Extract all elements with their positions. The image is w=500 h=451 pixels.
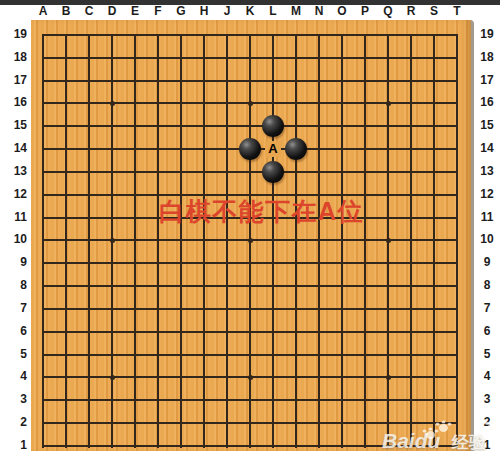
grid-vline xyxy=(295,34,297,448)
column-label: P xyxy=(357,5,373,18)
row-label-left: 4 xyxy=(2,370,27,383)
row-label-left: 18 xyxy=(2,51,27,64)
column-label: E xyxy=(127,5,143,18)
row-label-left: 15 xyxy=(2,119,27,132)
grid-vline xyxy=(364,34,366,448)
star-point xyxy=(248,375,253,380)
grid-vline xyxy=(272,34,274,448)
star-point xyxy=(386,375,391,380)
row-label-right: 14 xyxy=(477,142,497,155)
column-label: J xyxy=(219,5,235,18)
row-label-right: 18 xyxy=(477,51,497,64)
black-stone xyxy=(262,161,284,183)
star-point xyxy=(248,238,253,243)
row-label-left: 3 xyxy=(2,393,27,406)
column-label: H xyxy=(196,5,212,18)
grid-vline xyxy=(456,34,458,448)
grid-hline xyxy=(42,331,458,333)
row-label-left: 1 xyxy=(2,439,27,451)
go-tutorial-screenshot: ABCDEFGHJKLMNOPQRST 19181716151413121110… xyxy=(0,0,500,451)
column-label: Q xyxy=(380,5,396,18)
row-label-right: 13 xyxy=(477,165,497,178)
column-label: A xyxy=(35,5,51,18)
row-label-left: 10 xyxy=(2,233,27,246)
column-label: L xyxy=(265,5,281,18)
row-label-left: 12 xyxy=(2,188,27,201)
star-point xyxy=(110,238,115,243)
black-stone xyxy=(262,115,284,137)
row-label-right: 4 xyxy=(477,370,497,383)
paw-print-icon xyxy=(426,431,435,439)
column-label: O xyxy=(334,5,350,18)
row-label-right: 6 xyxy=(477,325,497,338)
row-label-right: 3 xyxy=(477,393,497,406)
row-label-right: 7 xyxy=(477,302,497,315)
black-stone xyxy=(239,138,261,160)
watermark-brand-cn-text: 经验 xyxy=(452,431,486,451)
row-label-right: 15 xyxy=(477,119,497,132)
column-label: D xyxy=(104,5,120,18)
column-label: F xyxy=(150,5,166,18)
column-label: G xyxy=(173,5,189,18)
row-label-right: 5 xyxy=(477,348,497,361)
paw-print-icon xyxy=(439,424,448,432)
column-label: C xyxy=(81,5,97,18)
row-label-left: 17 xyxy=(2,74,27,87)
column-label: B xyxy=(58,5,74,18)
row-label-left: 13 xyxy=(2,165,27,178)
caption-text: 白棋不能下在A位 xyxy=(159,195,364,228)
row-label-right: 8 xyxy=(477,279,497,292)
row-label-left: 5 xyxy=(2,348,27,361)
row-label-right: 9 xyxy=(477,256,497,269)
row-label-left: 9 xyxy=(2,256,27,269)
black-stone xyxy=(285,138,307,160)
grid-hline xyxy=(42,308,458,310)
column-label: R xyxy=(403,5,419,18)
row-label-left: 16 xyxy=(2,96,27,109)
row-label-left: 14 xyxy=(2,142,27,155)
marked-point-a: A xyxy=(265,141,281,157)
row-label-right: 12 xyxy=(477,188,497,201)
grid-hline xyxy=(42,399,458,401)
column-label: N xyxy=(311,5,327,18)
column-label: T xyxy=(449,5,465,18)
grid-vline xyxy=(341,34,343,448)
grid-vline xyxy=(318,34,320,448)
top-border-bar xyxy=(0,0,500,5)
grid-hline xyxy=(42,354,458,356)
row-label-right: 11 xyxy=(477,211,497,224)
row-label-left: 8 xyxy=(2,279,27,292)
column-label: M xyxy=(288,5,304,18)
go-board: A xyxy=(31,20,474,451)
row-label-left: 19 xyxy=(2,28,27,41)
star-point xyxy=(110,375,115,380)
star-point xyxy=(386,238,391,243)
column-label: S xyxy=(426,5,442,18)
grid-hline xyxy=(42,285,458,287)
grid-hline xyxy=(42,262,458,264)
row-label-left: 11 xyxy=(2,211,27,224)
star-point xyxy=(386,101,391,106)
row-label-right: 19 xyxy=(477,28,497,41)
row-label-right: 16 xyxy=(477,96,497,109)
baidu-jingyan-watermark: Baidu 经验 xyxy=(382,423,500,451)
row-label-left: 2 xyxy=(2,416,27,429)
column-label: K xyxy=(242,5,258,18)
star-point xyxy=(110,101,115,106)
star-point xyxy=(248,101,253,106)
grid-vline xyxy=(433,34,435,448)
row-label-left: 6 xyxy=(2,325,27,338)
row-label-right: 17 xyxy=(477,74,497,87)
row-label-right: 10 xyxy=(477,233,497,246)
grid-vline xyxy=(410,34,412,448)
row-label-left: 7 xyxy=(2,302,27,315)
paw-print-icon xyxy=(488,423,497,431)
